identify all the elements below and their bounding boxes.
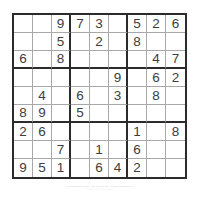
cell-r4c8-given-6: 6 [147, 69, 166, 87]
cell-r6c3-empty [52, 105, 71, 123]
cell-r9c3-given-1: 1 [52, 159, 71, 177]
cell-r6c7-empty [128, 105, 147, 123]
watermark-line-2: —— ——— —— [0, 188, 200, 191]
cell-r8c2-empty [33, 141, 52, 159]
cell-r7c1-given-2: 2 [14, 123, 33, 141]
cell-r3c4-empty [71, 51, 90, 69]
cell-r7c6-empty [109, 123, 128, 141]
cell-r7c4-empty [71, 123, 90, 141]
cell-r8c5-given-1: 1 [90, 141, 109, 159]
cell-r3c2-empty [33, 51, 52, 69]
cell-r3c7-empty [128, 51, 147, 69]
cell-r6c1-given-8: 8 [14, 105, 33, 123]
cell-r9c5-given-6: 6 [90, 159, 109, 177]
cell-r2c6-empty [109, 33, 128, 51]
cell-r1c1-empty [14, 15, 33, 33]
cell-r9c1-given-9: 9 [14, 159, 33, 177]
cell-r5c5-empty [90, 87, 109, 105]
cell-r8c3-given-7: 7 [52, 141, 71, 159]
cell-r9c6-given-4: 4 [109, 159, 128, 177]
cell-r7c8-empty [147, 123, 166, 141]
cell-r7c2-given-6: 6 [33, 123, 52, 141]
cell-r8c8-empty [147, 141, 166, 159]
cell-r1c5-given-3: 3 [90, 15, 109, 33]
cell-r1c7-given-5: 5 [128, 15, 147, 33]
cell-r3c1-given-6: 6 [14, 51, 33, 69]
cell-r2c9-empty [166, 33, 185, 51]
cell-r6c4-given-5: 5 [71, 105, 90, 123]
cell-r6c8-empty [147, 105, 166, 123]
cell-r4c5-empty [90, 69, 109, 87]
cell-r2c4-empty [71, 33, 90, 51]
cell-r7c5-empty [90, 123, 109, 141]
cell-r4c7-empty [128, 69, 147, 87]
cell-r2c1-empty [14, 33, 33, 51]
sudoku-board: 973526528684796246388952618716951642 [12, 13, 187, 179]
cell-r3c5-empty [90, 51, 109, 69]
cell-r2c5-given-2: 2 [90, 33, 109, 51]
cell-r1c9-given-6: 6 [166, 15, 185, 33]
cell-r2c2-empty [33, 33, 52, 51]
cell-r4c1-empty [14, 69, 33, 87]
cell-r3c3-given-8: 8 [52, 51, 71, 69]
cell-r4c6-given-9: 9 [109, 69, 128, 87]
cell-r8c7-given-6: 6 [128, 141, 147, 159]
cell-r4c9-given-2: 2 [166, 69, 185, 87]
cell-r1c6-empty [109, 15, 128, 33]
cell-r8c1-empty [14, 141, 33, 159]
cell-r6c6-empty [109, 105, 128, 123]
cell-r5c1-empty [14, 87, 33, 105]
cell-r9c7-given-2: 2 [128, 159, 147, 177]
cell-r9c2-given-5: 5 [33, 159, 52, 177]
cell-r7c9-given-8: 8 [166, 123, 185, 141]
cell-r5c6-given-3: 3 [109, 87, 128, 105]
cell-r4c4-empty [71, 69, 90, 87]
cell-r9c9-empty [166, 159, 185, 177]
cell-r5c8-given-8: 8 [147, 87, 166, 105]
cell-r8c6-empty [109, 141, 128, 159]
cell-r6c5-empty [90, 105, 109, 123]
cell-r5c7-empty [128, 87, 147, 105]
cell-r8c9-empty [166, 141, 185, 159]
cell-r5c4-given-6: 6 [71, 87, 90, 105]
cell-r1c8-given-2: 2 [147, 15, 166, 33]
cell-r1c4-given-7: 7 [71, 15, 90, 33]
cell-r4c3-empty [52, 69, 71, 87]
cell-r3c9-given-7: 7 [166, 51, 185, 69]
cell-r9c4-empty [71, 159, 90, 177]
cell-r1c3-given-9: 9 [52, 15, 71, 33]
cell-r3c6-empty [109, 51, 128, 69]
cell-r2c3-given-5: 5 [52, 33, 71, 51]
watermark: ————— ———— ————— —— ——— —— [0, 184, 200, 191]
cell-r1c2-empty [33, 15, 52, 33]
cell-r5c3-empty [52, 87, 71, 105]
cell-r6c9-empty [166, 105, 185, 123]
cell-r4c2-empty [33, 69, 52, 87]
cell-r7c3-empty [52, 123, 71, 141]
cell-r6c2-given-9: 9 [33, 105, 52, 123]
cell-r7c7-given-1: 1 [128, 123, 147, 141]
cell-r5c9-empty [166, 87, 185, 105]
cell-r5c2-given-4: 4 [33, 87, 52, 105]
cell-r2c8-empty [147, 33, 166, 51]
cell-r9c8-empty [147, 159, 166, 177]
cell-r3c8-given-4: 4 [147, 51, 166, 69]
cell-r8c4-empty [71, 141, 90, 159]
cell-r2c7-given-8: 8 [128, 33, 147, 51]
